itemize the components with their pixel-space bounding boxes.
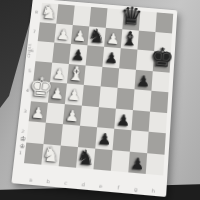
square-h3[interactable]: [149, 111, 167, 133]
crown-crest-icon: ♔ ♔: [15, 136, 30, 151]
square-e7[interactable]: [104, 27, 122, 48]
square-e5[interactable]: [101, 66, 120, 87]
square-g4[interactable]: [133, 89, 151, 111]
chessboard-sheet: ♞♟♟♟♟♝♚♟♟♟♟♞♛♞♝♟♟♚♟♟♟♞♟ abcdefgh 8765432…: [11, 0, 177, 197]
square-b7[interactable]: [54, 23, 73, 44]
square-g6[interactable]: [136, 50, 154, 71]
file-label-a: a: [22, 177, 40, 184]
square-h8[interactable]: [155, 12, 173, 33]
square-e1[interactable]: [93, 148, 112, 171]
file-label-g: g: [127, 186, 145, 193]
square-e6[interactable]: [102, 47, 120, 68]
square-e8[interactable]: [106, 8, 124, 28]
square-h7[interactable]: [154, 32, 172, 53]
file-label-d: d: [74, 181, 92, 188]
square-e4[interactable]: [99, 86, 118, 108]
square-h2[interactable]: [147, 132, 166, 154]
square-f5[interactable]: [118, 68, 136, 89]
file-label-e: e: [92, 183, 110, 190]
square-c8[interactable]: [73, 6, 91, 26]
board-edge-brand-text: CHESS: [27, 43, 36, 58]
square-g8[interactable]: [139, 11, 157, 32]
chessboard: [24, 3, 173, 176]
square-b5[interactable]: [50, 62, 69, 83]
square-c2[interactable]: [61, 124, 80, 146]
square-f2[interactable]: [113, 129, 132, 151]
square-d7[interactable]: [87, 26, 105, 47]
square-c6[interactable]: [69, 44, 88, 65]
square-h4[interactable]: [150, 91, 168, 113]
rank-label-5: 5: [26, 67, 33, 72]
square-h6[interactable]: [153, 51, 171, 72]
square-f7[interactable]: [121, 29, 139, 50]
square-b6[interactable]: [52, 43, 71, 64]
square-c7[interactable]: [71, 25, 89, 46]
square-d2[interactable]: [78, 126, 97, 148]
square-e3[interactable]: [97, 107, 116, 129]
rank-label-7: 7: [31, 28, 38, 33]
square-g5[interactable]: [134, 69, 152, 90]
square-f1[interactable]: [111, 150, 130, 173]
square-h5[interactable]: [151, 71, 169, 92]
square-f8[interactable]: [122, 10, 140, 31]
square-c5[interactable]: [67, 64, 86, 85]
rank-label-4: 4: [24, 87, 32, 93]
square-c3[interactable]: [63, 104, 82, 126]
square-f4[interactable]: [116, 88, 135, 110]
square-d3[interactable]: [80, 105, 99, 127]
rank-label-3: 3: [22, 108, 30, 114]
file-label-f: f: [109, 184, 127, 191]
square-d6[interactable]: [86, 45, 104, 66]
square-d8[interactable]: [89, 7, 107, 27]
square-g3[interactable]: [131, 110, 150, 132]
square-g1[interactable]: [128, 151, 147, 174]
square-e2[interactable]: [95, 127, 114, 149]
square-b4[interactable]: [48, 82, 67, 104]
square-h1[interactable]: [146, 153, 165, 176]
square-b1[interactable]: [41, 144, 60, 167]
rank-label-8: 8: [33, 9, 40, 14]
crown-icon-small: ♔: [15, 143, 29, 151]
square-b3[interactable]: [46, 102, 65, 124]
file-label-c: c: [57, 180, 75, 187]
square-g7[interactable]: [137, 30, 155, 51]
photo-scene: ♞♟♟♟♟♝♚♟♟♟♟♞♛♞♝♟♟♚♟♟♟♞♟ abcdefgh 8765432…: [0, 0, 200, 200]
square-b2[interactable]: [44, 123, 63, 145]
square-f6[interactable]: [119, 48, 137, 69]
square-d4[interactable]: [82, 85, 101, 107]
rank-label-2: 2: [19, 128, 27, 134]
file-label-h: h: [144, 188, 162, 195]
square-d1[interactable]: [76, 147, 95, 170]
square-g2[interactable]: [130, 130, 149, 152]
square-d5[interactable]: [84, 65, 103, 86]
square-b8[interactable]: [56, 4, 74, 24]
square-c1[interactable]: [59, 145, 78, 168]
square-f3[interactable]: [114, 108, 133, 130]
file-label-b: b: [39, 178, 57, 185]
square-c4[interactable]: [65, 83, 84, 105]
